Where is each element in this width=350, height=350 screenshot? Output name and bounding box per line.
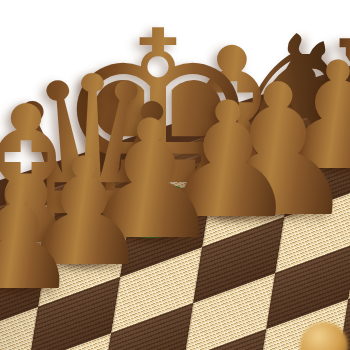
black-pawn-c7[interactable]: ♟ [0, 168, 81, 310]
chess-photo-scene: ♜ ♞ ♟ ♝ ♚ ♛ ♝ ♟ ♟ ♟ ♟ ♟ [0, 0, 350, 350]
